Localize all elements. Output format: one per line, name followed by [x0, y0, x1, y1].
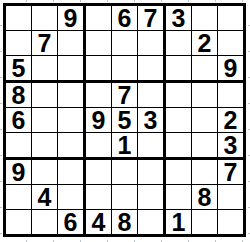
cell-r9c5[interactable]: 8: [112, 210, 137, 234]
cell-r4c8[interactable]: [192, 83, 217, 107]
cell-r4c4[interactable]: [86, 83, 111, 107]
sudoku-block-7: 48: [86, 160, 163, 234]
cell-r9c1[interactable]: [6, 210, 31, 234]
cell-r7c1[interactable]: 9: [6, 160, 31, 184]
cell-r4c5[interactable]: 7: [112, 83, 137, 107]
cell-r3c3[interactable]: [58, 56, 83, 80]
sudoku-block-5: 23: [166, 83, 243, 157]
cell-r6c4[interactable]: [86, 133, 111, 157]
cell-r4c2[interactable]: [32, 83, 57, 107]
sudoku-block-8: 781: [166, 160, 243, 234]
cell-r3c6[interactable]: [138, 56, 163, 80]
cell-r3c1[interactable]: 5: [6, 56, 31, 80]
cell-r3c2[interactable]: [32, 56, 57, 80]
cell-r2c2[interactable]: 7: [32, 31, 57, 55]
cell-r9c8[interactable]: [192, 210, 217, 234]
cell-r2c3[interactable]: [58, 31, 83, 55]
cell-r8c1[interactable]: [6, 185, 31, 209]
sudoku-block-1: 67: [86, 6, 163, 80]
cell-r2c8[interactable]: 2: [192, 31, 217, 55]
cell-r6c1[interactable]: [6, 133, 31, 157]
cell-r5c5[interactable]: 5: [112, 108, 137, 132]
cell-r3c4[interactable]: [86, 56, 111, 80]
cell-r2c4[interactable]: [86, 31, 111, 55]
cell-r7c9[interactable]: 7: [218, 160, 243, 184]
cell-r2c7[interactable]: [166, 31, 191, 55]
cell-r7c8[interactable]: [192, 160, 217, 184]
spreadsheet-gridline-ticks-left: [0, 0, 2, 242]
cell-r8c7[interactable]: [166, 185, 191, 209]
sudoku-block-3: 86: [6, 83, 83, 157]
cell-r7c6[interactable]: [138, 160, 163, 184]
cell-r6c9[interactable]: 3: [218, 133, 243, 157]
cell-r6c5[interactable]: 1: [112, 133, 137, 157]
sudoku-page: 9756732986795312394648781: [0, 0, 250, 242]
cell-r2c5[interactable]: [112, 31, 137, 55]
cell-r8c2[interactable]: 4: [32, 185, 57, 209]
cell-r8c4[interactable]: [86, 185, 111, 209]
cell-r7c5[interactable]: [112, 160, 137, 184]
cell-r8c9[interactable]: [218, 185, 243, 209]
cell-r7c2[interactable]: [32, 160, 57, 184]
cell-r8c8[interactable]: 8: [192, 185, 217, 209]
cell-r9c7[interactable]: 1: [166, 210, 191, 234]
cell-r7c3[interactable]: [58, 160, 83, 184]
cell-r4c7[interactable]: [166, 83, 191, 107]
cell-r5c4[interactable]: 9: [86, 108, 111, 132]
cell-r3c7[interactable]: [166, 56, 191, 80]
cell-r1c5[interactable]: 6: [112, 6, 137, 30]
cell-r1c9[interactable]: [218, 6, 243, 30]
sudoku-board: 9756732986795312394648781: [3, 3, 246, 237]
sudoku-block-4: 79531: [86, 83, 163, 157]
cell-r5c3[interactable]: [58, 108, 83, 132]
cell-r5c2[interactable]: [32, 108, 57, 132]
cell-r3c8[interactable]: [192, 56, 217, 80]
cell-r6c8[interactable]: [192, 133, 217, 157]
cell-r4c9[interactable]: [218, 83, 243, 107]
cell-r8c6[interactable]: [138, 185, 163, 209]
cell-r5c7[interactable]: [166, 108, 191, 132]
cell-r5c8[interactable]: [192, 108, 217, 132]
spreadsheet-gridline-ticks-right: [248, 0, 250, 242]
cell-r1c4[interactable]: [86, 6, 111, 30]
cell-r2c6[interactable]: [138, 31, 163, 55]
cell-r1c3[interactable]: 9: [58, 6, 83, 30]
cell-r1c7[interactable]: 3: [166, 6, 191, 30]
cell-r1c8[interactable]: [192, 6, 217, 30]
cell-r9c9[interactable]: [218, 210, 243, 234]
cell-r6c3[interactable]: [58, 133, 83, 157]
cell-r2c9[interactable]: [218, 31, 243, 55]
cell-r8c3[interactable]: [58, 185, 83, 209]
cell-r6c7[interactable]: [166, 133, 191, 157]
cell-r7c7[interactable]: [166, 160, 191, 184]
cell-r5c6[interactable]: 3: [138, 108, 163, 132]
cell-r4c6[interactable]: [138, 83, 163, 107]
cell-r9c6[interactable]: [138, 210, 163, 234]
cell-r6c6[interactable]: [138, 133, 163, 157]
cell-r1c6[interactable]: 7: [138, 6, 163, 30]
cell-r7c4[interactable]: [86, 160, 111, 184]
cell-r5c1[interactable]: 6: [6, 108, 31, 132]
sudoku-block-6: 946: [6, 160, 83, 234]
cell-r2c1[interactable]: [6, 31, 31, 55]
cell-r3c5[interactable]: [112, 56, 137, 80]
cell-r9c3[interactable]: 6: [58, 210, 83, 234]
cell-r3c9[interactable]: 9: [218, 56, 243, 80]
cell-r9c2[interactable]: [32, 210, 57, 234]
sudoku-block-2: 329: [166, 6, 243, 80]
cell-r4c1[interactable]: 8: [6, 83, 31, 107]
cell-r1c1[interactable]: [6, 6, 31, 30]
cell-r4c3[interactable]: [58, 83, 83, 107]
cell-r6c2[interactable]: [32, 133, 57, 157]
spreadsheet-gridline-ticks-top: [0, 0, 250, 2]
cell-r8c5[interactable]: [112, 185, 137, 209]
cell-r9c4[interactable]: 4: [86, 210, 111, 234]
cell-r1c2[interactable]: [32, 6, 57, 30]
cell-r5c9[interactable]: 2: [218, 108, 243, 132]
sudoku-block-0: 975: [6, 6, 83, 80]
